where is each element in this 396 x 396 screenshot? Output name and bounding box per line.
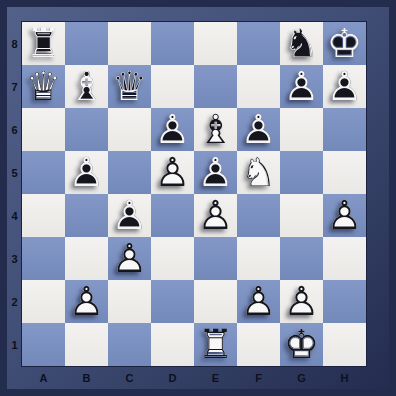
square-h8[interactable]: ♚♔ — [323, 22, 366, 65]
square-h1[interactable] — [323, 323, 366, 366]
square-b7[interactable]: ♝♗ — [65, 65, 108, 108]
square-f3[interactable] — [237, 237, 280, 280]
square-f2[interactable]: ♟♙ — [237, 280, 280, 323]
piece-black-pawn[interactable]: ♟♙ — [194, 151, 237, 194]
black-pawn-outline-icon: ♙ — [237, 108, 280, 151]
piece-black-pawn[interactable]: ♟♙ — [323, 65, 366, 108]
piece-white-pawn[interactable]: ♟♙ — [194, 194, 237, 237]
piece-white-pawn[interactable]: ♟♙ — [237, 280, 280, 323]
black-pawn-outline-icon: ♙ — [323, 65, 366, 108]
square-f1[interactable] — [237, 323, 280, 366]
square-e3[interactable] — [194, 237, 237, 280]
white-pawn-outline-icon: ♙ — [108, 237, 151, 280]
piece-black-pawn[interactable]: ♟♙ — [151, 108, 194, 151]
square-h7[interactable]: ♟♙ — [323, 65, 366, 108]
piece-white-queen[interactable]: ♛♕ — [22, 65, 65, 108]
white-pawn-outline-icon: ♙ — [151, 151, 194, 194]
piece-white-bishop[interactable]: ♝♗ — [194, 108, 237, 151]
white-pawn-outline-icon: ♙ — [237, 280, 280, 323]
white-pawn-outline-icon: ♙ — [65, 280, 108, 323]
black-knight-outline-icon: ♘ — [280, 22, 323, 65]
square-c3[interactable]: ♟♙ — [108, 237, 151, 280]
white-knight-outline-icon: ♘ — [237, 151, 280, 194]
black-bishop-outline-icon: ♗ — [65, 65, 108, 108]
square-d2[interactable] — [151, 280, 194, 323]
square-a6[interactable] — [22, 108, 65, 151]
rank-label-2: 2 — [7, 280, 22, 323]
square-c8[interactable] — [108, 22, 151, 65]
square-c1[interactable] — [108, 323, 151, 366]
square-e7[interactable] — [194, 65, 237, 108]
square-d1[interactable] — [151, 323, 194, 366]
piece-black-queen[interactable]: ♛♕ — [108, 65, 151, 108]
white-pawn-outline-icon: ♙ — [280, 280, 323, 323]
rank-labels: 87654321 — [7, 22, 22, 366]
square-d4[interactable] — [151, 194, 194, 237]
black-pawn-outline-icon: ♙ — [194, 151, 237, 194]
piece-white-king[interactable]: ♚♔ — [280, 323, 323, 366]
black-pawn-outline-icon: ♙ — [151, 108, 194, 151]
square-g8[interactable]: ♞♘ — [280, 22, 323, 65]
white-king-outline-icon: ♔ — [280, 323, 323, 366]
square-g3[interactable] — [280, 237, 323, 280]
black-pawn-outline-icon: ♙ — [65, 151, 108, 194]
square-d6[interactable]: ♟♙ — [151, 108, 194, 151]
square-f4[interactable] — [237, 194, 280, 237]
piece-white-pawn[interactable]: ♟♙ — [65, 280, 108, 323]
square-f7[interactable] — [237, 65, 280, 108]
black-queen-outline-icon: ♕ — [108, 65, 151, 108]
rank-label-7: 7 — [7, 65, 22, 108]
piece-white-pawn[interactable]: ♟♙ — [323, 194, 366, 237]
square-e1[interactable]: ♜♖ — [194, 323, 237, 366]
rank-label-5: 5 — [7, 151, 22, 194]
square-b5[interactable]: ♟♙ — [65, 151, 108, 194]
square-e2[interactable] — [194, 280, 237, 323]
square-e4[interactable]: ♟♙ — [194, 194, 237, 237]
square-g5[interactable] — [280, 151, 323, 194]
black-pawn-outline-icon: ♙ — [280, 65, 323, 108]
square-h3[interactable] — [323, 237, 366, 280]
chess-board-window: 87654321 ♜♖♞♘♚♔♛♕♝♗♛♕♟♙♟♙♟♙♝♗♟♙♟♙♟♙♟♙♞♘♟… — [0, 0, 396, 396]
rank-label-4: 4 — [7, 194, 22, 237]
square-e8[interactable] — [194, 22, 237, 65]
square-d5[interactable]: ♟♙ — [151, 151, 194, 194]
piece-white-knight[interactable]: ♞♘ — [237, 151, 280, 194]
square-c6[interactable] — [108, 108, 151, 151]
rank-label-8: 8 — [7, 22, 22, 65]
rank-label-3: 3 — [7, 237, 22, 280]
piece-black-bishop[interactable]: ♝♗ — [65, 65, 108, 108]
square-g1[interactable]: ♚♔ — [280, 323, 323, 366]
square-b6[interactable] — [65, 108, 108, 151]
white-rook-outline-icon: ♖ — [194, 323, 237, 366]
square-b2[interactable]: ♟♙ — [65, 280, 108, 323]
piece-black-pawn[interactable]: ♟♙ — [280, 65, 323, 108]
square-c4[interactable]: ♟♙ — [108, 194, 151, 237]
square-c7[interactable]: ♛♕ — [108, 65, 151, 108]
square-b4[interactable] — [65, 194, 108, 237]
square-h2[interactable] — [323, 280, 366, 323]
piece-black-king[interactable]: ♚♔ — [323, 22, 366, 65]
black-king-outline-icon: ♔ — [323, 22, 366, 65]
piece-black-rook[interactable]: ♜♖ — [22, 22, 65, 65]
square-f8[interactable] — [237, 22, 280, 65]
white-pawn-outline-icon: ♙ — [194, 194, 237, 237]
piece-white-pawn[interactable]: ♟♙ — [151, 151, 194, 194]
square-a5[interactable] — [22, 151, 65, 194]
square-h5[interactable] — [323, 151, 366, 194]
white-queen-outline-icon: ♕ — [22, 65, 65, 108]
square-a8[interactable]: ♜♖ — [22, 22, 65, 65]
piece-white-pawn[interactable]: ♟♙ — [280, 280, 323, 323]
file-label-h: H — [323, 367, 366, 389]
white-bishop-outline-icon: ♗ — [194, 108, 237, 151]
piece-white-pawn[interactable]: ♟♙ — [108, 237, 151, 280]
square-a3[interactable] — [22, 237, 65, 280]
rank-label-1: 1 — [7, 323, 22, 366]
black-pawn-outline-icon: ♙ — [108, 194, 151, 237]
piece-white-rook[interactable]: ♜♖ — [194, 323, 237, 366]
square-a1[interactable] — [22, 323, 65, 366]
square-f6[interactable]: ♟♙ — [237, 108, 280, 151]
file-label-e: E — [194, 367, 237, 389]
file-label-d: D — [151, 367, 194, 389]
square-a7[interactable]: ♛♕ — [22, 65, 65, 108]
square-g2[interactable]: ♟♙ — [280, 280, 323, 323]
square-b8[interactable] — [65, 22, 108, 65]
square-d3[interactable] — [151, 237, 194, 280]
square-a4[interactable] — [22, 194, 65, 237]
square-h6[interactable] — [323, 108, 366, 151]
file-label-g: G — [280, 367, 323, 389]
square-c2[interactable] — [108, 280, 151, 323]
square-h4[interactable]: ♟♙ — [323, 194, 366, 237]
square-a2[interactable] — [22, 280, 65, 323]
square-f5[interactable]: ♞♘ — [237, 151, 280, 194]
square-b1[interactable] — [65, 323, 108, 366]
file-label-c: C — [108, 367, 151, 389]
square-e5[interactable]: ♟♙ — [194, 151, 237, 194]
square-b3[interactable] — [65, 237, 108, 280]
piece-black-pawn[interactable]: ♟♙ — [108, 194, 151, 237]
piece-black-knight[interactable]: ♞♘ — [280, 22, 323, 65]
square-d8[interactable] — [151, 22, 194, 65]
file-label-b: B — [65, 367, 108, 389]
file-labels: ABCDEFGH — [22, 367, 366, 389]
file-label-f: F — [237, 367, 280, 389]
square-e6[interactable]: ♝♗ — [194, 108, 237, 151]
file-label-a: A — [22, 367, 65, 389]
square-d7[interactable] — [151, 65, 194, 108]
square-g4[interactable] — [280, 194, 323, 237]
square-c5[interactable] — [108, 151, 151, 194]
square-g6[interactable] — [280, 108, 323, 151]
rank-label-6: 6 — [7, 108, 22, 151]
piece-black-pawn[interactable]: ♟♙ — [237, 108, 280, 151]
chess-board: ♜♖♞♘♚♔♛♕♝♗♛♕♟♙♟♙♟♙♝♗♟♙♟♙♟♙♟♙♞♘♟♙♟♙♟♙♟♙♟♙… — [22, 22, 366, 366]
white-pawn-outline-icon: ♙ — [323, 194, 366, 237]
square-g7[interactable]: ♟♙ — [280, 65, 323, 108]
black-rook-outline-icon: ♖ — [22, 22, 65, 65]
piece-black-pawn[interactable]: ♟♙ — [65, 151, 108, 194]
